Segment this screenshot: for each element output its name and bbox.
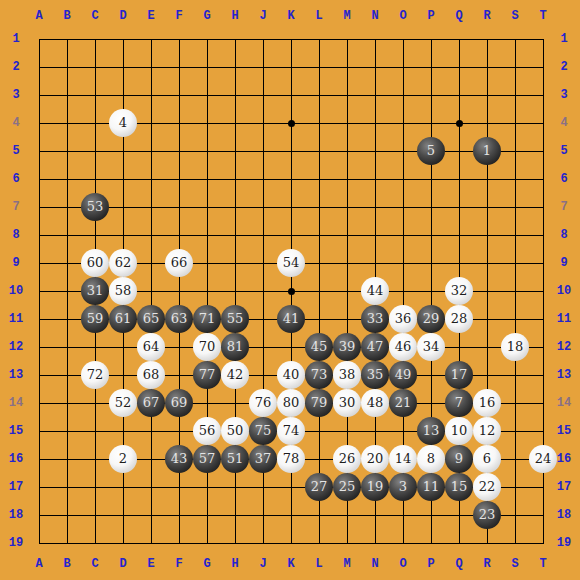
stone-white-24: 24 <box>529 445 557 473</box>
stone-black-1: 1 <box>473 137 501 165</box>
stone-white-50: 50 <box>221 417 249 445</box>
stone-white-38: 38 <box>333 361 361 389</box>
column-label-top-O: O <box>393 8 413 24</box>
stone-white-20: 20 <box>361 445 389 473</box>
row-label-left-4: 4 <box>2 115 30 131</box>
stone-black-25: 25 <box>333 473 361 501</box>
row-label-right-1: 1 <box>550 31 578 47</box>
stone-black-81: 81 <box>221 333 249 361</box>
stone-white-54: 54 <box>277 249 305 277</box>
stone-black-67: 67 <box>137 389 165 417</box>
stone-black-65: 65 <box>137 305 165 333</box>
row-label-left-17: 17 <box>2 479 30 495</box>
row-label-right-8: 8 <box>550 227 578 243</box>
stone-black-53: 53 <box>81 193 109 221</box>
stone-white-34: 34 <box>417 333 445 361</box>
row-label-left-14: 14 <box>2 395 30 411</box>
stone-black-61: 61 <box>109 305 137 333</box>
stone-black-51: 51 <box>221 445 249 473</box>
row-label-left-9: 9 <box>2 255 30 271</box>
go-board[interactable]: AABBCCDDEEFFGGHHJJKKLLMMNNOOPPQQRRSSTT11… <box>0 0 580 580</box>
stone-black-79: 79 <box>305 389 333 417</box>
row-label-left-3: 3 <box>2 87 30 103</box>
column-label-top-M: M <box>337 8 357 24</box>
stone-white-74: 74 <box>277 417 305 445</box>
stone-black-31: 31 <box>81 277 109 305</box>
stone-white-36: 36 <box>389 305 417 333</box>
column-label-bottom-H: H <box>225 556 245 572</box>
row-label-right-17: 17 <box>550 479 578 495</box>
column-label-top-H: H <box>225 8 245 24</box>
stone-white-22: 22 <box>473 473 501 501</box>
column-label-bottom-S: S <box>505 556 525 572</box>
stone-white-32: 32 <box>445 277 473 305</box>
stone-white-18: 18 <box>501 333 529 361</box>
stone-white-26: 26 <box>333 445 361 473</box>
row-label-left-16: 16 <box>2 451 30 467</box>
column-label-bottom-L: L <box>309 556 329 572</box>
row-label-right-4: 4 <box>550 115 578 131</box>
stone-black-69: 69 <box>165 389 193 417</box>
stone-white-60: 60 <box>81 249 109 277</box>
column-label-top-K: K <box>281 8 301 24</box>
column-label-bottom-N: N <box>365 556 385 572</box>
row-label-left-15: 15 <box>2 423 30 439</box>
stone-white-42: 42 <box>221 361 249 389</box>
stone-black-3: 3 <box>389 473 417 501</box>
stone-white-4: 4 <box>109 109 137 137</box>
row-label-right-2: 2 <box>550 59 578 75</box>
column-label-top-S: S <box>505 8 525 24</box>
column-label-top-P: P <box>421 8 441 24</box>
stone-white-66: 66 <box>165 249 193 277</box>
row-label-right-7: 7 <box>550 199 578 215</box>
stone-black-37: 37 <box>249 445 277 473</box>
stone-black-59: 59 <box>81 305 109 333</box>
column-label-bottom-K: K <box>281 556 301 572</box>
stone-white-68: 68 <box>137 361 165 389</box>
stone-black-23: 23 <box>473 501 501 529</box>
column-label-bottom-Q: Q <box>449 556 469 572</box>
stone-black-7: 7 <box>445 389 473 417</box>
stone-black-63: 63 <box>165 305 193 333</box>
row-label-left-8: 8 <box>2 227 30 243</box>
stone-white-12: 12 <box>473 417 501 445</box>
row-label-left-2: 2 <box>2 59 30 75</box>
column-label-bottom-C: C <box>85 556 105 572</box>
row-label-left-7: 7 <box>2 199 30 215</box>
stone-white-8: 8 <box>417 445 445 473</box>
stone-white-72: 72 <box>81 361 109 389</box>
stone-white-76: 76 <box>249 389 277 417</box>
stone-white-62: 62 <box>109 249 137 277</box>
row-label-left-19: 19 <box>2 535 30 551</box>
stone-black-9: 9 <box>445 445 473 473</box>
column-label-top-D: D <box>113 8 133 24</box>
column-label-top-Q: Q <box>449 8 469 24</box>
row-label-right-14: 14 <box>550 395 578 411</box>
row-label-left-13: 13 <box>2 367 30 383</box>
stone-black-21: 21 <box>389 389 417 417</box>
row-label-left-12: 12 <box>2 339 30 355</box>
column-label-bottom-M: M <box>337 556 357 572</box>
star-point-Q4 <box>456 120 463 127</box>
row-label-left-11: 11 <box>2 311 30 327</box>
column-label-bottom-T: T <box>533 556 553 572</box>
stone-black-19: 19 <box>361 473 389 501</box>
stone-black-75: 75 <box>249 417 277 445</box>
stone-white-28: 28 <box>445 305 473 333</box>
stone-white-40: 40 <box>277 361 305 389</box>
stone-black-57: 57 <box>193 445 221 473</box>
stone-black-29: 29 <box>417 305 445 333</box>
grid-line-vertical <box>319 39 320 544</box>
stone-white-44: 44 <box>361 277 389 305</box>
grid-line-horizontal <box>39 515 544 516</box>
grid-line-horizontal <box>39 543 544 544</box>
column-label-bottom-P: P <box>421 556 441 572</box>
column-label-top-L: L <box>309 8 329 24</box>
stone-black-39: 39 <box>333 333 361 361</box>
column-label-top-N: N <box>365 8 385 24</box>
stone-black-27: 27 <box>305 473 333 501</box>
stone-white-80: 80 <box>277 389 305 417</box>
star-point-K4 <box>288 120 295 127</box>
grid-line-vertical <box>515 39 516 544</box>
row-label-right-13: 13 <box>550 367 578 383</box>
stone-white-30: 30 <box>333 389 361 417</box>
grid-line-horizontal <box>39 347 544 348</box>
row-label-left-6: 6 <box>2 171 30 187</box>
column-label-bottom-A: A <box>29 556 49 572</box>
row-label-right-10: 10 <box>550 283 578 299</box>
row-label-right-11: 11 <box>550 311 578 327</box>
stone-black-71: 71 <box>193 305 221 333</box>
column-label-bottom-J: J <box>253 556 273 572</box>
row-label-right-3: 3 <box>550 87 578 103</box>
stone-black-17: 17 <box>445 361 473 389</box>
stone-white-48: 48 <box>361 389 389 417</box>
column-label-top-B: B <box>57 8 77 24</box>
row-label-right-19: 19 <box>550 535 578 551</box>
stone-black-41: 41 <box>277 305 305 333</box>
column-label-bottom-B: B <box>57 556 77 572</box>
stone-black-35: 35 <box>361 361 389 389</box>
stone-white-46: 46 <box>389 333 417 361</box>
row-label-right-9: 9 <box>550 255 578 271</box>
row-label-left-1: 1 <box>2 31 30 47</box>
stone-white-14: 14 <box>389 445 417 473</box>
column-label-bottom-R: R <box>477 556 497 572</box>
column-label-bottom-E: E <box>141 556 161 572</box>
stone-black-45: 45 <box>305 333 333 361</box>
stone-black-15: 15 <box>445 473 473 501</box>
column-label-top-R: R <box>477 8 497 24</box>
row-label-right-12: 12 <box>550 339 578 355</box>
stone-black-55: 55 <box>221 305 249 333</box>
row-label-right-5: 5 <box>550 143 578 159</box>
stone-black-49: 49 <box>389 361 417 389</box>
column-label-bottom-G: G <box>197 556 217 572</box>
column-label-top-A: A <box>29 8 49 24</box>
stone-white-6: 6 <box>473 445 501 473</box>
stone-white-52: 52 <box>109 389 137 417</box>
stone-white-78: 78 <box>277 445 305 473</box>
row-label-left-18: 18 <box>2 507 30 523</box>
column-label-top-G: G <box>197 8 217 24</box>
stone-white-70: 70 <box>193 333 221 361</box>
stone-white-2: 2 <box>109 445 137 473</box>
stone-white-58: 58 <box>109 277 137 305</box>
column-label-top-T: T <box>533 8 553 24</box>
column-label-top-J: J <box>253 8 273 24</box>
stone-black-11: 11 <box>417 473 445 501</box>
column-label-bottom-F: F <box>169 556 189 572</box>
stone-black-73: 73 <box>305 361 333 389</box>
column-label-bottom-D: D <box>113 556 133 572</box>
column-label-top-E: E <box>141 8 161 24</box>
stone-black-43: 43 <box>165 445 193 473</box>
stone-black-77: 77 <box>193 361 221 389</box>
row-label-left-10: 10 <box>2 283 30 299</box>
stone-black-33: 33 <box>361 305 389 333</box>
stone-black-13: 13 <box>417 417 445 445</box>
stone-white-16: 16 <box>473 389 501 417</box>
row-label-right-15: 15 <box>550 423 578 439</box>
row-label-right-18: 18 <box>550 507 578 523</box>
star-point-K10 <box>288 288 295 295</box>
stone-white-10: 10 <box>445 417 473 445</box>
column-label-top-F: F <box>169 8 189 24</box>
row-label-left-5: 5 <box>2 143 30 159</box>
row-label-right-6: 6 <box>550 171 578 187</box>
column-label-bottom-O: O <box>393 556 413 572</box>
stone-white-64: 64 <box>137 333 165 361</box>
stone-black-5: 5 <box>417 137 445 165</box>
stone-black-47: 47 <box>361 333 389 361</box>
column-label-top-C: C <box>85 8 105 24</box>
stone-white-56: 56 <box>193 417 221 445</box>
